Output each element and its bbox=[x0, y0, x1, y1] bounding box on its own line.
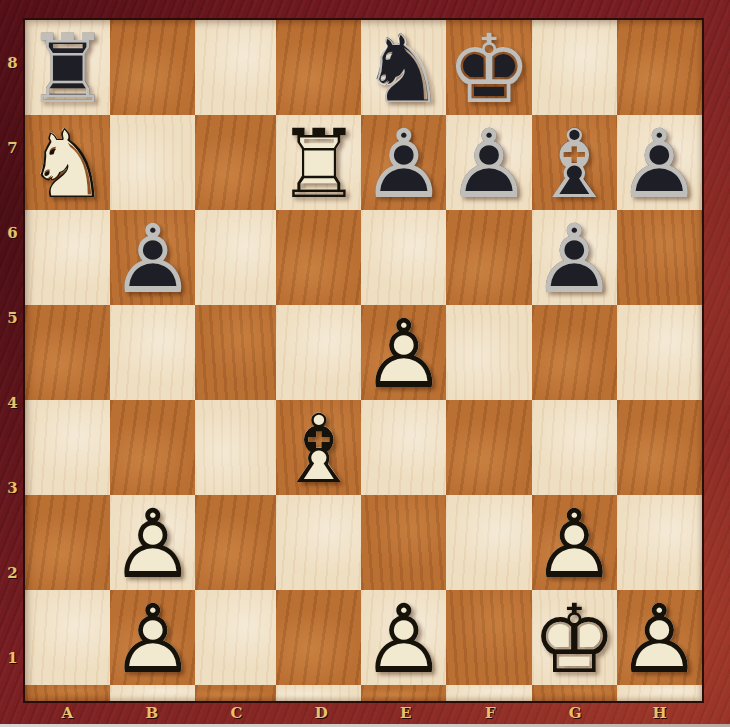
square-b3[interactable]: ♟♙ bbox=[110, 495, 195, 590]
square-c3[interactable] bbox=[195, 495, 276, 590]
square-d8[interactable] bbox=[276, 20, 361, 115]
rank-label-2: 2 bbox=[0, 531, 25, 616]
square-b2[interactable]: ♟♙ bbox=[110, 590, 195, 685]
square-a4[interactable] bbox=[25, 400, 110, 495]
square-f1[interactable] bbox=[446, 685, 531, 701]
rook-outline-glyph: ♖ bbox=[276, 117, 361, 212]
square-d2[interactable] bbox=[276, 590, 361, 685]
square-e1[interactable] bbox=[361, 685, 446, 701]
square-f2[interactable] bbox=[446, 590, 531, 685]
pawn-outline-glyph: ♙ bbox=[532, 497, 617, 592]
square-a2[interactable] bbox=[25, 590, 110, 685]
square-g8[interactable] bbox=[532, 20, 617, 115]
pawn-outline-glyph: ♙ bbox=[617, 117, 702, 212]
black-pawn-g6[interactable]: ♟♙ bbox=[532, 212, 617, 307]
rank-label-5: 5 bbox=[0, 275, 25, 360]
knight-outline-glyph: ♘ bbox=[25, 117, 110, 212]
rank-label-6: 6 bbox=[0, 190, 25, 275]
square-h7[interactable]: ♟♙ bbox=[617, 115, 702, 210]
black-knight-e8[interactable]: ♞♘ bbox=[361, 22, 446, 117]
file-label-e: E bbox=[364, 701, 449, 725]
white-knight-a7[interactable]: ♞♘ bbox=[25, 117, 110, 212]
square-e7[interactable]: ♟♙ bbox=[361, 115, 446, 210]
knight-outline-glyph: ♘ bbox=[361, 22, 446, 117]
white-pawn-h2[interactable]: ♟♙ bbox=[617, 592, 702, 687]
square-f4[interactable] bbox=[446, 400, 531, 495]
square-c2[interactable] bbox=[195, 590, 276, 685]
black-king-f8[interactable]: ♚♔ bbox=[446, 22, 531, 117]
file-label-c: C bbox=[194, 701, 279, 725]
black-pawn-h7[interactable]: ♟♙ bbox=[617, 117, 702, 212]
square-d5[interactable] bbox=[276, 305, 361, 400]
square-h5[interactable] bbox=[617, 305, 702, 400]
pawn-outline-glyph: ♙ bbox=[446, 117, 531, 212]
square-b8[interactable] bbox=[110, 20, 195, 115]
black-pawn-f7[interactable]: ♟♙ bbox=[446, 117, 531, 212]
square-b6[interactable]: ♟♙ bbox=[110, 210, 195, 305]
square-a3[interactable] bbox=[25, 495, 110, 590]
pawn-outline-glyph: ♙ bbox=[110, 592, 195, 687]
square-h4[interactable] bbox=[617, 400, 702, 495]
bishop-outline-glyph: ♗ bbox=[532, 117, 617, 212]
white-pawn-e5[interactable]: ♟♙ bbox=[361, 307, 446, 402]
white-king-g2[interactable]: ♚♔ bbox=[532, 592, 617, 687]
chess-board-frame: ♜♖♞♘♚♔♞♘♜♖♟♙♟♙♝♗♟♙♟♙♟♙♟♙♝♗♟♙♟♙♟♙♟♙♚♔♟♙ 8… bbox=[0, 0, 730, 727]
white-pawn-b3[interactable]: ♟♙ bbox=[110, 497, 195, 592]
rank-labels: 87654321 bbox=[0, 20, 25, 701]
black-bishop-g7[interactable]: ♝♗ bbox=[532, 117, 617, 212]
king-outline-glyph: ♔ bbox=[446, 22, 531, 117]
square-e8[interactable]: ♞♘ bbox=[361, 20, 446, 115]
king-outline-glyph: ♔ bbox=[532, 592, 617, 687]
white-pawn-e2[interactable]: ♟♙ bbox=[361, 592, 446, 687]
file-labels: ABCDEFGH bbox=[25, 701, 702, 725]
rank-label-3: 3 bbox=[0, 446, 25, 531]
square-c1[interactable] bbox=[195, 685, 276, 701]
square-a8[interactable]: ♜♖ bbox=[25, 20, 110, 115]
square-g1[interactable] bbox=[532, 685, 617, 701]
white-rook-d7[interactable]: ♜♖ bbox=[276, 117, 361, 212]
white-pawn-g3[interactable]: ♟♙ bbox=[532, 497, 617, 592]
square-a5[interactable] bbox=[25, 305, 110, 400]
black-rook-a8[interactable]: ♜♖ bbox=[25, 22, 110, 117]
square-e2[interactable]: ♟♙ bbox=[361, 590, 446, 685]
square-g4[interactable] bbox=[532, 400, 617, 495]
file-label-h: H bbox=[617, 701, 702, 725]
square-a1[interactable] bbox=[25, 685, 110, 701]
pawn-outline-glyph: ♙ bbox=[361, 307, 446, 402]
square-a7[interactable]: ♞♘ bbox=[25, 115, 110, 210]
square-b1[interactable] bbox=[110, 685, 195, 701]
square-c7[interactable] bbox=[195, 115, 276, 210]
square-f6[interactable] bbox=[446, 210, 531, 305]
file-label-f: F bbox=[448, 701, 533, 725]
rank-label-4: 4 bbox=[0, 361, 25, 446]
black-pawn-e7[interactable]: ♟♙ bbox=[361, 117, 446, 212]
square-h6[interactable] bbox=[617, 210, 702, 305]
square-h1[interactable] bbox=[617, 685, 702, 701]
square-b5[interactable] bbox=[110, 305, 195, 400]
square-g5[interactable] bbox=[532, 305, 617, 400]
pawn-outline-glyph: ♙ bbox=[361, 592, 446, 687]
square-f3[interactable] bbox=[446, 495, 531, 590]
square-d6[interactable] bbox=[276, 210, 361, 305]
rook-outline-glyph: ♖ bbox=[25, 22, 110, 117]
square-e6[interactable] bbox=[361, 210, 446, 305]
square-b7[interactable] bbox=[110, 115, 195, 210]
square-h8[interactable] bbox=[617, 20, 702, 115]
square-f7[interactable]: ♟♙ bbox=[446, 115, 531, 210]
square-d4[interactable]: ♝♗ bbox=[276, 400, 361, 495]
white-bishop-d4[interactable]: ♝♗ bbox=[276, 402, 361, 497]
pawn-outline-glyph: ♙ bbox=[617, 592, 702, 687]
square-g2[interactable]: ♚♔ bbox=[532, 590, 617, 685]
square-c5[interactable] bbox=[195, 305, 276, 400]
square-a6[interactable] bbox=[25, 210, 110, 305]
square-c6[interactable] bbox=[195, 210, 276, 305]
chess-board: ♜♖♞♘♚♔♞♘♜♖♟♙♟♙♝♗♟♙♟♙♟♙♟♙♝♗♟♙♟♙♟♙♟♙♚♔♟♙ bbox=[25, 20, 702, 701]
square-e4[interactable] bbox=[361, 400, 446, 495]
square-d3[interactable] bbox=[276, 495, 361, 590]
square-d7[interactable]: ♜♖ bbox=[276, 115, 361, 210]
square-b4[interactable] bbox=[110, 400, 195, 495]
square-c4[interactable] bbox=[195, 400, 276, 495]
file-label-a: A bbox=[25, 701, 110, 725]
bishop-outline-glyph: ♗ bbox=[276, 402, 361, 497]
square-h2[interactable]: ♟♙ bbox=[617, 590, 702, 685]
square-c8[interactable] bbox=[195, 20, 276, 115]
file-label-g: G bbox=[533, 701, 618, 725]
square-g3[interactable]: ♟♙ bbox=[532, 495, 617, 590]
square-g7[interactable]: ♝♗ bbox=[532, 115, 617, 210]
square-f8[interactable]: ♚♔ bbox=[446, 20, 531, 115]
square-g6[interactable]: ♟♙ bbox=[532, 210, 617, 305]
square-e3[interactable] bbox=[361, 495, 446, 590]
black-pawn-b6[interactable]: ♟♙ bbox=[110, 212, 195, 307]
pawn-outline-glyph: ♙ bbox=[361, 117, 446, 212]
rank-label-1: 1 bbox=[0, 616, 25, 701]
square-h3[interactable] bbox=[617, 495, 702, 590]
file-label-d: D bbox=[279, 701, 364, 725]
pawn-outline-glyph: ♙ bbox=[532, 212, 617, 307]
white-pawn-b2[interactable]: ♟♙ bbox=[110, 592, 195, 687]
square-e5[interactable]: ♟♙ bbox=[361, 305, 446, 400]
rank-label-7: 7 bbox=[0, 105, 25, 190]
pawn-outline-glyph: ♙ bbox=[110, 497, 195, 592]
square-d1[interactable] bbox=[276, 685, 361, 701]
file-label-b: B bbox=[110, 701, 195, 725]
square-f5[interactable] bbox=[446, 305, 531, 400]
rank-label-8: 8 bbox=[0, 20, 25, 105]
pawn-outline-glyph: ♙ bbox=[110, 212, 195, 307]
